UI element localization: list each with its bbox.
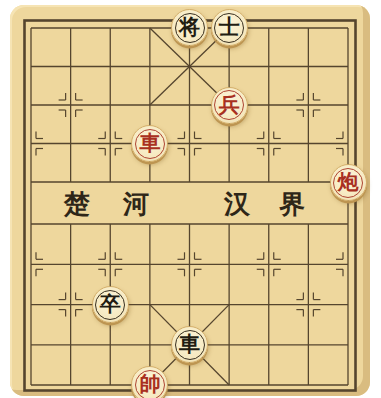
intersection-f3-r1[interactable]	[130, 47, 170, 86]
intersection-f1-r0[interactable]	[51, 8, 91, 47]
intersection-f6-r4[interactable]	[249, 163, 289, 203]
intersection-f3-r4[interactable]	[130, 163, 170, 203]
intersection-f5-r2[interactable]: 兵	[209, 86, 249, 125]
intersection-f3-r6[interactable]	[130, 244, 170, 284]
piece-glyph: 炮	[338, 172, 359, 193]
intersection-f2-r7[interactable]: 卒	[90, 284, 130, 324]
intersection-f0-r9[interactable]	[11, 365, 51, 398]
intersection-f8-r7[interactable]	[328, 284, 368, 324]
intersection-f4-r6[interactable]	[170, 244, 210, 284]
intersection-f2-r3[interactable]	[90, 124, 130, 163]
piece-black-advisor[interactable]: 士	[211, 9, 248, 46]
intersection-f2-r2[interactable]	[90, 86, 130, 125]
intersection-f1-r2[interactable]	[51, 86, 91, 125]
piece-red-chariot[interactable]: 車	[131, 125, 168, 162]
intersection-f2-r9[interactable]	[90, 365, 130, 398]
intersection-f3-r0[interactable]	[130, 8, 170, 47]
intersection-f8-r9[interactable]	[328, 365, 368, 398]
intersection-f0-r4[interactable]	[11, 163, 51, 203]
intersection-f1-r7[interactable]	[51, 284, 91, 324]
piece-glyph: 車	[139, 133, 160, 154]
intersection-f4-r8[interactable]: 車	[170, 325, 210, 365]
intersection-f1-r1[interactable]	[51, 47, 91, 86]
intersection-f4-r1[interactable]	[170, 47, 210, 86]
intersection-f8-r4[interactable]: 炮	[328, 163, 368, 203]
intersection-f6-r6[interactable]	[249, 244, 289, 284]
piece-glyph: 帥	[139, 374, 160, 395]
intersection-f5-r3[interactable]	[209, 124, 249, 163]
intersection-f5-r1[interactable]	[209, 47, 249, 86]
intersection-f5-r8[interactable]	[209, 325, 249, 365]
intersection-f7-r1[interactable]	[289, 47, 329, 86]
intersection-f4-r0[interactable]: 将	[170, 8, 210, 47]
intersection-f6-r7[interactable]	[249, 284, 289, 324]
intersection-f6-r1[interactable]	[249, 47, 289, 86]
intersection-grid: 将士兵車炮卒車帥	[11, 8, 368, 398]
intersection-f4-r2[interactable]	[170, 86, 210, 125]
intersection-f7-r4[interactable]	[289, 163, 329, 203]
intersection-f6-r3[interactable]	[249, 124, 289, 163]
intersection-f1-r4[interactable]	[51, 163, 91, 203]
intersection-f6-r9[interactable]	[249, 365, 289, 398]
intersection-f4-r9[interactable]	[170, 365, 210, 398]
intersection-f4-r5[interactable]	[170, 203, 210, 244]
intersection-f2-r0[interactable]	[90, 8, 130, 47]
intersection-f1-r9[interactable]	[51, 365, 91, 398]
intersection-f0-r6[interactable]	[11, 244, 51, 284]
intersection-f3-r5[interactable]	[130, 203, 170, 244]
piece-red-cannon[interactable]: 炮	[330, 164, 367, 201]
intersection-f5-r0[interactable]: 士	[209, 8, 249, 47]
piece-glyph: 卒	[100, 294, 121, 315]
intersection-f2-r4[interactable]	[90, 163, 130, 203]
intersection-f7-r2[interactable]	[289, 86, 329, 125]
intersection-f2-r1[interactable]	[90, 47, 130, 86]
intersection-f6-r2[interactable]	[249, 86, 289, 125]
intersection-f1-r6[interactable]	[51, 244, 91, 284]
intersection-f3-r2[interactable]	[130, 86, 170, 125]
intersection-f1-r8[interactable]	[51, 325, 91, 365]
intersection-f3-r3[interactable]: 車	[130, 124, 170, 163]
piece-red-soldier[interactable]: 兵	[211, 87, 248, 124]
intersection-f0-r7[interactable]	[11, 284, 51, 324]
piece-black-general[interactable]: 将	[171, 9, 208, 46]
intersection-f3-r7[interactable]	[130, 284, 170, 324]
intersection-f5-r6[interactable]	[209, 244, 249, 284]
intersection-f3-r8[interactable]	[130, 325, 170, 365]
intersection-f5-r4[interactable]	[209, 163, 249, 203]
intersection-f4-r3[interactable]	[170, 124, 210, 163]
intersection-f7-r7[interactable]	[289, 284, 329, 324]
intersection-f0-r2[interactable]	[11, 86, 51, 125]
intersection-f7-r8[interactable]	[289, 325, 329, 365]
intersection-f8-r1[interactable]	[328, 47, 368, 86]
intersection-f0-r3[interactable]	[11, 124, 51, 163]
intersection-f7-r0[interactable]	[289, 8, 329, 47]
intersection-f7-r6[interactable]	[289, 244, 329, 284]
intersection-f6-r5[interactable]	[249, 203, 289, 244]
intersection-f7-r5[interactable]	[289, 203, 329, 244]
intersection-f1-r5[interactable]	[51, 203, 91, 244]
intersection-f5-r7[interactable]	[209, 284, 249, 324]
intersection-f5-r9[interactable]	[209, 365, 249, 398]
piece-glyph: 将	[179, 17, 200, 38]
piece-red-general[interactable]: 帥	[131, 366, 168, 398]
intersection-f2-r5[interactable]	[90, 203, 130, 244]
piece-glyph: 兵	[219, 94, 240, 115]
intersection-f7-r9[interactable]	[289, 365, 329, 398]
intersection-f4-r4[interactable]	[170, 163, 210, 203]
intersection-f8-r5[interactable]	[328, 203, 368, 244]
intersection-f1-r3[interactable]	[51, 124, 91, 163]
intersection-f2-r8[interactable]	[90, 325, 130, 365]
intersection-f8-r6[interactable]	[328, 244, 368, 284]
intersection-f8-r8[interactable]	[328, 325, 368, 365]
xiangqi-app: 楚河 汉界 将士兵車炮卒車帥	[0, 0, 381, 398]
intersection-f0-r8[interactable]	[11, 325, 51, 365]
intersection-f5-r5[interactable]	[209, 203, 249, 244]
intersection-f8-r2[interactable]	[328, 86, 368, 125]
piece-black-soldier[interactable]: 卒	[92, 286, 129, 323]
intersection-f0-r0[interactable]	[11, 8, 51, 47]
intersection-f2-r6[interactable]	[90, 244, 130, 284]
intersection-f0-r1[interactable]	[11, 47, 51, 86]
piece-glyph: 車	[179, 334, 200, 355]
intersection-f3-r9[interactable]: 帥	[130, 365, 170, 398]
piece-black-chariot[interactable]: 車	[171, 326, 208, 363]
intersection-f8-r3[interactable]	[328, 124, 368, 163]
intersection-f6-r8[interactable]	[249, 325, 289, 365]
intersection-f4-r7[interactable]	[170, 284, 210, 324]
intersection-f8-r0[interactable]	[328, 8, 368, 47]
intersection-f7-r3[interactable]	[289, 124, 329, 163]
intersection-f6-r0[interactable]	[249, 8, 289, 47]
piece-glyph: 士	[219, 17, 240, 38]
intersection-f0-r5[interactable]	[11, 203, 51, 244]
